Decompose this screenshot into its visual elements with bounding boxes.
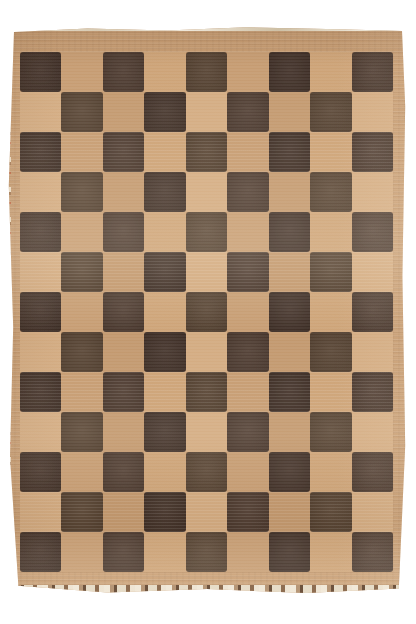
board-cell [310, 172, 351, 212]
board-cell [144, 92, 185, 132]
board-cell [144, 452, 185, 492]
board-cell [144, 132, 185, 172]
board-cell [61, 332, 102, 372]
board-cell [227, 252, 268, 292]
board-cell [61, 252, 102, 292]
board-cell [269, 212, 310, 252]
board-cell [144, 412, 185, 452]
board-cell [103, 412, 144, 452]
bottom-selvage-edge [11, 585, 403, 593]
rug [8, 27, 406, 593]
board-cell [227, 132, 268, 172]
board-cell [20, 292, 61, 332]
board-cell [61, 372, 102, 412]
board-cell [186, 372, 227, 412]
board-cell [103, 92, 144, 132]
board-cell [352, 92, 393, 132]
board-cell [227, 292, 268, 332]
board-cell [20, 492, 61, 532]
board-cell [103, 372, 144, 412]
board-cell [310, 412, 351, 452]
board-cell [269, 532, 310, 572]
top-selvage-edge [10, 27, 404, 31]
board-cell [352, 452, 393, 492]
board-cell [103, 292, 144, 332]
board-cell [144, 332, 185, 372]
board-cell [20, 132, 61, 172]
board-cell [61, 52, 102, 92]
board-cell [310, 252, 351, 292]
board-cell [20, 372, 61, 412]
board-cell [186, 52, 227, 92]
board-cell [310, 372, 351, 412]
left-selvage-edge [8, 37, 11, 583]
board-cell [352, 292, 393, 332]
board-cell [352, 172, 393, 212]
board-cell [144, 52, 185, 92]
board-cell [186, 212, 227, 252]
board-cell [269, 92, 310, 132]
board-cell [227, 412, 268, 452]
board-cell [186, 172, 227, 212]
board-cell [269, 452, 310, 492]
board-cell [144, 492, 185, 532]
board-grid [20, 52, 393, 572]
board-cell [20, 52, 61, 92]
board-cell [227, 172, 268, 212]
board-cell [61, 172, 102, 212]
board-cell [227, 492, 268, 532]
board-cell [61, 292, 102, 332]
board-cell [61, 92, 102, 132]
board-cell [103, 132, 144, 172]
board-cell [186, 332, 227, 372]
board-cell [20, 532, 61, 572]
board-cell [269, 132, 310, 172]
board-cell [144, 172, 185, 212]
board-cell [227, 92, 268, 132]
board-cell [310, 212, 351, 252]
board-cell [310, 532, 351, 572]
board-cell [20, 452, 61, 492]
board-cell [352, 372, 393, 412]
board-cell [227, 372, 268, 412]
photo-background [0, 0, 416, 624]
board-cell [103, 212, 144, 252]
board-cell [310, 52, 351, 92]
board-cell [186, 292, 227, 332]
board-cell [310, 492, 351, 532]
board-cell [269, 372, 310, 412]
board-cell [103, 172, 144, 212]
board-cell [269, 412, 310, 452]
board-cell [352, 492, 393, 532]
board-cell [144, 372, 185, 412]
board-cell [269, 172, 310, 212]
board-cell [103, 532, 144, 572]
board-cell [352, 532, 393, 572]
board-cell [186, 532, 227, 572]
board-cell [20, 212, 61, 252]
board-cell [186, 252, 227, 292]
board-cell [352, 52, 393, 92]
board-cell [144, 212, 185, 252]
board-cell [103, 332, 144, 372]
board-cell [352, 412, 393, 452]
rug-photo-page: { "game": "checkerboard (checkers/draugh… [0, 0, 416, 624]
board-cell [20, 332, 61, 372]
board-cell [269, 492, 310, 532]
board-cell [227, 452, 268, 492]
board-cell [61, 212, 102, 252]
board-cell [103, 52, 144, 92]
board-cell [186, 492, 227, 532]
board-cell [61, 412, 102, 452]
board-cell [186, 92, 227, 132]
board-cell [269, 52, 310, 92]
board-cell [20, 92, 61, 132]
board-cell [186, 132, 227, 172]
board-cell [103, 252, 144, 292]
board-cell [61, 492, 102, 532]
board-cell [20, 412, 61, 452]
board-cell [20, 172, 61, 212]
board-cell [61, 452, 102, 492]
board-cell [144, 532, 185, 572]
board-cell [269, 292, 310, 332]
board-cell [103, 492, 144, 532]
board-cell [310, 292, 351, 332]
board-cell [352, 132, 393, 172]
board-cell [20, 252, 61, 292]
board-cell [269, 252, 310, 292]
board-cell [310, 332, 351, 372]
board-cell [310, 132, 351, 172]
board-cell [61, 132, 102, 172]
board-cell [310, 452, 351, 492]
board-cell [227, 332, 268, 372]
board-cell [227, 212, 268, 252]
board-cell [352, 252, 393, 292]
board-cell [144, 252, 185, 292]
board-cell [144, 292, 185, 332]
board-cell [227, 52, 268, 92]
board-cell [269, 332, 310, 372]
board-cell [61, 532, 102, 572]
board-cell [310, 92, 351, 132]
board-cell [352, 332, 393, 372]
board-cell [186, 412, 227, 452]
board-cell [186, 452, 227, 492]
board-cell [227, 532, 268, 572]
board-cell [103, 452, 144, 492]
board-cell [352, 212, 393, 252]
